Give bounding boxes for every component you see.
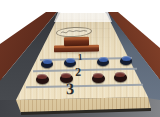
puck-cap bbox=[37, 74, 47, 79]
puck-cap bbox=[61, 73, 71, 78]
puck-cap bbox=[66, 58, 75, 63]
puck-cap bbox=[115, 72, 125, 77]
puck-maroon-4[interactable] bbox=[114, 72, 127, 82]
puck-blue-3[interactable] bbox=[97, 57, 109, 66]
puck-maroon-3[interactable] bbox=[92, 73, 105, 83]
brand-logo-script bbox=[60, 28, 88, 35]
shuffleboard-table-photo: 1 2 3 bbox=[0, 0, 160, 117]
zone-label-2: 2 bbox=[75, 66, 81, 78]
puck-blue-2[interactable] bbox=[64, 58, 76, 67]
puck-blue-4[interactable] bbox=[120, 56, 132, 65]
puck-cap bbox=[99, 57, 108, 62]
zone-label-1: 1 bbox=[78, 53, 83, 62]
puck-maroon-2[interactable] bbox=[60, 73, 73, 83]
puck-cap bbox=[93, 73, 103, 78]
zone-label-3: 3 bbox=[66, 81, 75, 97]
score-marker-top[interactable] bbox=[64, 37, 89, 46]
puck-blue-1[interactable] bbox=[41, 59, 53, 68]
puck-maroon-1[interactable] bbox=[36, 74, 49, 84]
puck-cap bbox=[43, 59, 52, 64]
puck-cap bbox=[122, 56, 131, 61]
